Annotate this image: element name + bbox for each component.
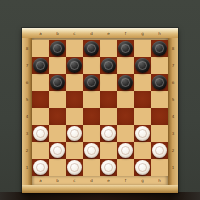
square-b3[interactable] bbox=[49, 125, 66, 142]
square-d4[interactable] bbox=[83, 108, 100, 125]
black-man-d6[interactable]: ⛂ bbox=[84, 75, 99, 90]
square-d5[interactable] bbox=[83, 91, 100, 108]
black-man-h6[interactable]: ⛂ bbox=[152, 75, 167, 90]
square-d6[interactable]: ⛂ bbox=[83, 74, 100, 91]
square-d2[interactable]: ⛀ bbox=[83, 142, 100, 159]
square-a1[interactable]: ⛀ bbox=[32, 159, 49, 176]
square-h6[interactable]: ⛂ bbox=[151, 74, 168, 91]
square-f1[interactable] bbox=[117, 159, 134, 176]
square-g6[interactable] bbox=[134, 74, 151, 91]
square-h3[interactable] bbox=[151, 125, 168, 142]
white-man-a3[interactable]: ⛀ bbox=[33, 126, 48, 141]
square-b7[interactable] bbox=[49, 57, 66, 74]
black-man-b8[interactable]: ⛂ bbox=[50, 41, 65, 56]
square-c4[interactable] bbox=[66, 108, 83, 125]
black-man-a7[interactable]: ⛂ bbox=[33, 58, 48, 73]
white-man-h2[interactable]: ⛀ bbox=[152, 143, 167, 158]
square-g1[interactable]: ⛀ bbox=[134, 159, 151, 176]
square-h1[interactable] bbox=[151, 159, 168, 176]
square-b5[interactable] bbox=[49, 91, 66, 108]
square-c2[interactable] bbox=[66, 142, 83, 159]
square-b1[interactable] bbox=[49, 159, 66, 176]
square-f5[interactable] bbox=[117, 91, 134, 108]
square-e5[interactable] bbox=[100, 91, 117, 108]
square-f3[interactable] bbox=[117, 125, 134, 142]
square-e3[interactable]: ⛀ bbox=[100, 125, 117, 142]
square-c6[interactable] bbox=[66, 74, 83, 91]
white-man-e3[interactable]: ⛀ bbox=[101, 126, 116, 141]
square-d8[interactable]: ⛂ bbox=[83, 40, 100, 57]
square-f2[interactable]: ⛀ bbox=[117, 142, 134, 159]
square-e2[interactable] bbox=[100, 142, 117, 159]
square-e4[interactable] bbox=[100, 108, 117, 125]
square-h5[interactable] bbox=[151, 91, 168, 108]
black-man-f6[interactable]: ⛂ bbox=[118, 75, 133, 90]
photo-background: abcdefgh abcdefgh 87654321 87654321 ⛂⛂⛂⛂… bbox=[0, 0, 200, 200]
square-f4[interactable] bbox=[117, 108, 134, 125]
frame-rail-top bbox=[22, 28, 178, 38]
square-a7[interactable]: ⛂ bbox=[32, 57, 49, 74]
square-d7[interactable] bbox=[83, 57, 100, 74]
square-c8[interactable] bbox=[66, 40, 83, 57]
square-c5[interactable] bbox=[66, 91, 83, 108]
square-e7[interactable]: ⛂ bbox=[100, 57, 117, 74]
square-b2[interactable]: ⛀ bbox=[49, 142, 66, 159]
square-e6[interactable] bbox=[100, 74, 117, 91]
white-man-e1[interactable]: ⛀ bbox=[101, 160, 116, 175]
square-h4[interactable] bbox=[151, 108, 168, 125]
white-man-c1[interactable]: ⛀ bbox=[67, 160, 82, 175]
square-c3[interactable]: ⛀ bbox=[66, 125, 83, 142]
frame-rail-left bbox=[22, 38, 32, 185]
square-a8[interactable] bbox=[32, 40, 49, 57]
square-c1[interactable]: ⛀ bbox=[66, 159, 83, 176]
square-g7[interactable]: ⛂ bbox=[134, 57, 151, 74]
black-man-d8[interactable]: ⛂ bbox=[84, 41, 99, 56]
square-g8[interactable] bbox=[134, 40, 151, 57]
frame-rail-bottom bbox=[22, 185, 178, 193]
black-man-e7[interactable]: ⛂ bbox=[101, 58, 116, 73]
square-b4[interactable] bbox=[49, 108, 66, 125]
square-h2[interactable]: ⛀ bbox=[151, 142, 168, 159]
square-f8[interactable]: ⛂ bbox=[117, 40, 134, 57]
black-man-f8[interactable]: ⛂ bbox=[118, 41, 133, 56]
square-d1[interactable] bbox=[83, 159, 100, 176]
square-a4[interactable] bbox=[32, 108, 49, 125]
black-man-b6[interactable]: ⛂ bbox=[50, 75, 65, 90]
square-d3[interactable] bbox=[83, 125, 100, 142]
table-surface bbox=[0, 192, 200, 200]
square-e8[interactable] bbox=[100, 40, 117, 57]
black-man-h8[interactable]: ⛂ bbox=[152, 41, 167, 56]
square-h8[interactable]: ⛂ bbox=[151, 40, 168, 57]
board-grid: ⛂⛂⛂⛂⛂⛂⛂⛂⛂⛂⛂⛂⛀⛀⛀⛀⛀⛀⛀⛀⛀⛀⛀⛀ bbox=[32, 40, 168, 176]
white-man-g1[interactable]: ⛀ bbox=[135, 160, 150, 175]
square-a5[interactable] bbox=[32, 91, 49, 108]
white-man-b2[interactable]: ⛀ bbox=[50, 143, 65, 158]
frame-rail-right bbox=[168, 38, 178, 185]
square-f7[interactable] bbox=[117, 57, 134, 74]
square-h7[interactable] bbox=[151, 57, 168, 74]
black-man-c7[interactable]: ⛂ bbox=[67, 58, 82, 73]
square-g5[interactable] bbox=[134, 91, 151, 108]
square-g2[interactable] bbox=[134, 142, 151, 159]
square-e1[interactable]: ⛀ bbox=[100, 159, 117, 176]
square-f6[interactable]: ⛂ bbox=[117, 74, 134, 91]
white-man-d2[interactable]: ⛀ bbox=[84, 143, 99, 158]
square-a6[interactable] bbox=[32, 74, 49, 91]
square-c7[interactable]: ⛂ bbox=[66, 57, 83, 74]
square-g3[interactable]: ⛀ bbox=[134, 125, 151, 142]
white-man-c3[interactable]: ⛀ bbox=[67, 126, 82, 141]
black-man-g7[interactable]: ⛂ bbox=[135, 58, 150, 73]
white-man-f2[interactable]: ⛀ bbox=[118, 143, 133, 158]
white-man-g3[interactable]: ⛀ bbox=[135, 126, 150, 141]
square-b8[interactable]: ⛂ bbox=[49, 40, 66, 57]
square-a3[interactable]: ⛀ bbox=[32, 125, 49, 142]
square-b6[interactable]: ⛂ bbox=[49, 74, 66, 91]
square-g4[interactable] bbox=[134, 108, 151, 125]
square-a2[interactable] bbox=[32, 142, 49, 159]
white-man-a1[interactable]: ⛀ bbox=[33, 160, 48, 175]
